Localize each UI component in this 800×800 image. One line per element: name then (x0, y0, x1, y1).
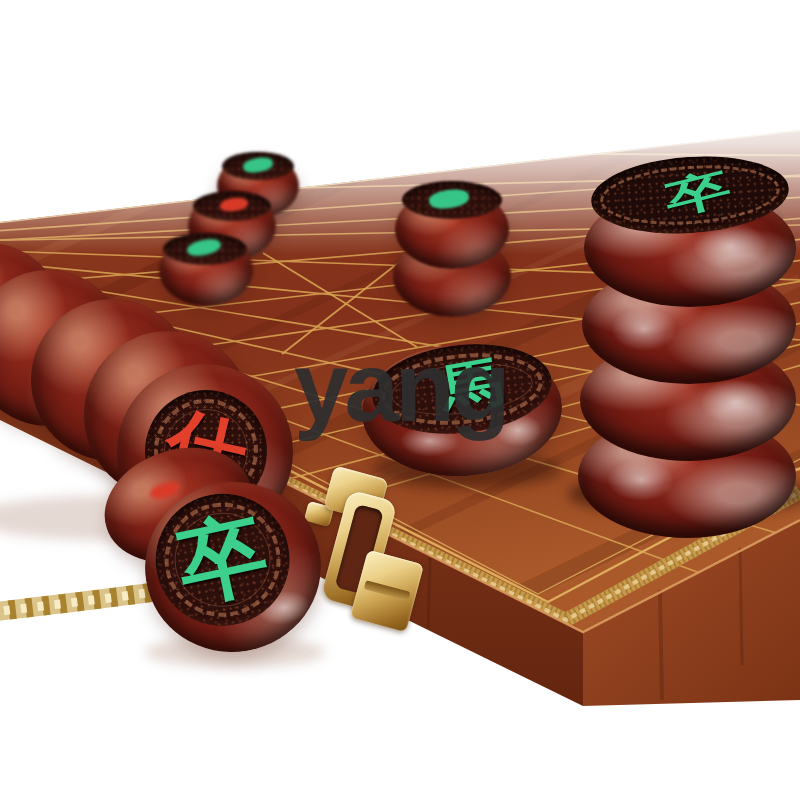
red-glyph-blurred (148, 479, 181, 502)
watermark: yang (294, 338, 507, 436)
soldier-piece-face: 卒 (145, 483, 300, 636)
brass-clasp (306, 460, 456, 660)
soldier-glyph: 卒 (143, 481, 302, 638)
product-photo-xiangqi-set: 馬 卒 (0, 0, 800, 800)
